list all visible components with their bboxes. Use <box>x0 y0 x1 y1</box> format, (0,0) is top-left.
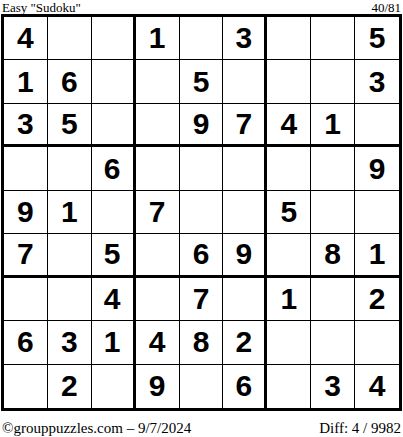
sudoku-cell-r1c1[interactable]: 4 <box>4 17 48 60</box>
sudoku-cell-r1c7[interactable] <box>267 17 311 60</box>
sudoku-cell-r2c7[interactable] <box>267 60 311 103</box>
sudoku-cell-r8c6[interactable]: 2 <box>223 321 267 364</box>
sudoku-cell-r1c2[interactable] <box>48 17 92 60</box>
sudoku-cell-r4c1[interactable] <box>4 147 48 190</box>
sudoku-cell-r8c9[interactable] <box>355 321 399 364</box>
sudoku-cell-r7c9[interactable]: 2 <box>355 278 399 321</box>
sudoku-cell-r4c7[interactable] <box>267 147 311 190</box>
sudoku-cell-r4c3[interactable]: 6 <box>92 147 136 190</box>
sudoku-cell-r7c1[interactable] <box>4 278 48 321</box>
sudoku-cell-r1c5[interactable] <box>180 17 224 60</box>
sudoku-cell-r3c8[interactable]: 1 <box>311 104 355 147</box>
sudoku-cell-r9c9[interactable]: 4 <box>355 365 399 408</box>
sudoku-page: Easy "Sudoku" 40/81 41351653359741699175… <box>0 0 403 437</box>
sudoku-cell-r2c6[interactable] <box>223 60 267 103</box>
sudoku-cell-r8c1[interactable]: 6 <box>4 321 48 364</box>
sudoku-cell-r4c8[interactable] <box>311 147 355 190</box>
sudoku-cell-r2c9[interactable]: 3 <box>355 60 399 103</box>
sudoku-cell-r5c1[interactable]: 9 <box>4 191 48 234</box>
sudoku-cell-r7c6[interactable] <box>223 278 267 321</box>
sudoku-cell-r9c1[interactable] <box>4 365 48 408</box>
sudoku-cell-r7c5[interactable]: 7 <box>180 278 224 321</box>
sudoku-cell-r3c6[interactable]: 7 <box>223 104 267 147</box>
sudoku-cell-r4c9[interactable]: 9 <box>355 147 399 190</box>
sudoku-cell-r6c8[interactable]: 8 <box>311 234 355 277</box>
sudoku-cell-r6c9[interactable]: 1 <box>355 234 399 277</box>
footer-bar: ©grouppuzzles.com – 9/7/2024 Diff: 4 / 9… <box>0 420 403 436</box>
sudoku-cell-r8c8[interactable] <box>311 321 355 364</box>
sudoku-cell-r1c8[interactable] <box>311 17 355 60</box>
sudoku-cell-r7c4[interactable] <box>136 278 180 321</box>
difficulty-text: Diff: 4 / 9982 <box>319 420 401 436</box>
sudoku-cell-r6c7[interactable] <box>267 234 311 277</box>
sudoku-cell-r2c4[interactable] <box>136 60 180 103</box>
sudoku-cell-r8c7[interactable] <box>267 321 311 364</box>
sudoku-cell-r5c6[interactable] <box>223 191 267 234</box>
sudoku-cell-r5c4[interactable]: 7 <box>136 191 180 234</box>
sudoku-cell-r9c5[interactable] <box>180 365 224 408</box>
sudoku-cell-r1c3[interactable] <box>92 17 136 60</box>
sudoku-cell-r4c2[interactable] <box>48 147 92 190</box>
sudoku-cell-r7c2[interactable] <box>48 278 92 321</box>
sudoku-cell-r9c4[interactable]: 9 <box>136 365 180 408</box>
sudoku-cell-r8c4[interactable]: 4 <box>136 321 180 364</box>
sudoku-cell-r6c1[interactable]: 7 <box>4 234 48 277</box>
givens-counter: 40/81 <box>371 1 401 14</box>
sudoku-cell-r3c9[interactable] <box>355 104 399 147</box>
sudoku-cell-r5c9[interactable] <box>355 191 399 234</box>
sudoku-cell-r3c7[interactable]: 4 <box>267 104 311 147</box>
sudoku-cell-r9c2[interactable]: 2 <box>48 365 92 408</box>
sudoku-cell-r7c8[interactable] <box>311 278 355 321</box>
sudoku-cell-r6c3[interactable]: 5 <box>92 234 136 277</box>
sudoku-cell-r6c2[interactable] <box>48 234 92 277</box>
sudoku-cell-r9c3[interactable] <box>92 365 136 408</box>
sudoku-cell-r2c8[interactable] <box>311 60 355 103</box>
sudoku-cell-r9c6[interactable]: 6 <box>223 365 267 408</box>
puzzle-title: Easy "Sudoku" <box>2 1 81 14</box>
sudoku-cell-r9c7[interactable] <box>267 365 311 408</box>
header-bar: Easy "Sudoku" 40/81 <box>0 0 403 14</box>
sudoku-cell-r2c1[interactable]: 1 <box>4 60 48 103</box>
sudoku-cell-r6c5[interactable]: 6 <box>180 234 224 277</box>
sudoku-cell-r8c2[interactable]: 3 <box>48 321 92 364</box>
sudoku-cell-r5c3[interactable] <box>92 191 136 234</box>
sudoku-cell-r2c2[interactable]: 6 <box>48 60 92 103</box>
sudoku-cell-r5c2[interactable]: 1 <box>48 191 92 234</box>
sudoku-cell-r4c6[interactable] <box>223 147 267 190</box>
sudoku-cell-r5c5[interactable] <box>180 191 224 234</box>
sudoku-cell-r3c4[interactable] <box>136 104 180 147</box>
sudoku-cell-r2c5[interactable]: 5 <box>180 60 224 103</box>
sudoku-cell-r7c3[interactable]: 4 <box>92 278 136 321</box>
sudoku-cell-r3c5[interactable]: 9 <box>180 104 224 147</box>
sudoku-cell-r3c2[interactable]: 5 <box>48 104 92 147</box>
sudoku-board: 4135165335974169917575698147126314822963… <box>1 14 402 411</box>
sudoku-cell-r3c1[interactable]: 3 <box>4 104 48 147</box>
sudoku-cell-r2c3[interactable] <box>92 60 136 103</box>
sudoku-cell-r4c5[interactable] <box>180 147 224 190</box>
sudoku-cell-r6c4[interactable] <box>136 234 180 277</box>
sudoku-cell-r7c7[interactable]: 1 <box>267 278 311 321</box>
sudoku-cell-r8c3[interactable]: 1 <box>92 321 136 364</box>
sudoku-cell-r4c4[interactable] <box>136 147 180 190</box>
sudoku-cell-r1c6[interactable]: 3 <box>223 17 267 60</box>
sudoku-cell-r9c8[interactable]: 3 <box>311 365 355 408</box>
sudoku-cell-r6c6[interactable]: 9 <box>223 234 267 277</box>
sudoku-cell-r5c8[interactable] <box>311 191 355 234</box>
sudoku-cell-r1c9[interactable]: 5 <box>355 17 399 60</box>
copyright-text: ©grouppuzzles.com – 9/7/2024 <box>2 420 191 436</box>
sudoku-cell-r1c4[interactable]: 1 <box>136 17 180 60</box>
sudoku-cell-r5c7[interactable]: 5 <box>267 191 311 234</box>
sudoku-cell-r8c5[interactable]: 8 <box>180 321 224 364</box>
sudoku-cell-r3c3[interactable] <box>92 104 136 147</box>
